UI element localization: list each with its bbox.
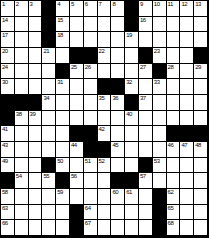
cell-r3c13[interactable] — [167, 32, 181, 48]
cell-r6c3[interactable] — [29, 79, 43, 95]
cell-r14c9[interactable] — [111, 205, 125, 221]
cell-r12c7[interactable] — [84, 173, 98, 189]
cell-r5c4[interactable] — [42, 64, 56, 80]
clue-number: 29 — [195, 64, 201, 71]
cell-r9c2[interactable] — [15, 126, 29, 142]
cell-r15c13[interactable]: 68 — [167, 220, 181, 236]
cell-r15c10[interactable] — [125, 220, 139, 236]
cell-r13c11[interactable] — [139, 189, 153, 205]
clue-number: 23 — [154, 48, 160, 55]
block-r4c7 — [84, 48, 98, 64]
cell-r13c9[interactable]: 60 — [111, 189, 125, 205]
cell-r8c15[interactable] — [194, 111, 208, 127]
block-r5c5 — [56, 64, 70, 80]
cell-r4c4[interactable]: 21 — [42, 48, 56, 64]
cell-r7c14[interactable] — [180, 95, 194, 111]
cell-r2c3[interactable] — [29, 17, 43, 33]
cell-r15c2[interactable] — [15, 220, 29, 236]
cell-r14c15[interactable] — [194, 205, 208, 221]
cell-r13c13[interactable]: 62 — [167, 189, 181, 205]
cell-r2c5[interactable]: 15 — [56, 17, 70, 33]
cell-r6c14[interactable] — [180, 79, 194, 95]
block-r14c12 — [153, 205, 167, 221]
cell-r13c15[interactable] — [194, 189, 208, 205]
clue-number: 22 — [99, 48, 105, 55]
block-r2c10 — [125, 17, 139, 33]
cell-r14c11[interactable] — [139, 205, 153, 221]
cell-r2c7[interactable] — [84, 17, 98, 33]
clue-number: 12 — [181, 1, 187, 8]
cell-r4c10[interactable] — [125, 48, 139, 64]
cell-r15c4[interactable] — [42, 220, 56, 236]
clue-number: 31 — [57, 79, 63, 86]
clue-number: 61 — [126, 189, 132, 196]
clue-number: 49 — [2, 158, 8, 165]
cell-r8c7[interactable] — [84, 111, 98, 127]
cell-r13c8[interactable] — [98, 189, 112, 205]
cell-r2c1[interactable]: 14 — [1, 17, 15, 33]
cell-r5c2[interactable] — [15, 64, 29, 80]
cell-r2c12[interactable] — [153, 17, 167, 33]
cell-r6c11[interactable] — [139, 79, 153, 95]
clue-number: 62 — [168, 189, 174, 196]
clue-number: 46 — [168, 142, 174, 149]
clue-number: 11 — [168, 1, 173, 8]
cell-r14c1[interactable]: 63 — [1, 205, 15, 221]
cell-r8c14[interactable] — [180, 111, 194, 127]
cell-r12c8[interactable] — [98, 173, 112, 189]
cell-r4c5[interactable] — [56, 48, 70, 64]
crossword-grid: 1234567891011121314151617181920212223242… — [0, 0, 209, 238]
cell-r10c3[interactable] — [29, 142, 43, 158]
cell-r5c1[interactable]: 24 — [1, 64, 15, 80]
cell-r8c8[interactable] — [98, 111, 112, 127]
block-r11c11 — [139, 158, 153, 174]
block-r2c4 — [42, 17, 56, 33]
cell-r12c2[interactable]: 54 — [15, 173, 29, 189]
cell-r5c3[interactable] — [29, 64, 43, 80]
clue-number: 47 — [181, 142, 187, 149]
clue-number: 56 — [71, 173, 77, 180]
clue-number: 57 — [140, 173, 146, 180]
cell-r8c6[interactable] — [70, 111, 84, 127]
clue-number: 43 — [2, 142, 8, 149]
block-r13c12 — [153, 189, 167, 205]
cell-r3c14[interactable] — [180, 32, 194, 48]
cell-r1c3[interactable]: 3 — [29, 1, 43, 17]
clue-number: 26 — [85, 64, 91, 71]
cell-r10c12[interactable] — [153, 142, 167, 158]
clue-number: 67 — [85, 220, 91, 227]
cell-r10c13[interactable]: 46 — [167, 142, 181, 158]
cell-r7c4[interactable]: 34 — [42, 95, 56, 111]
clue-number: 19 — [126, 32, 132, 39]
block-r9c7 — [84, 126, 98, 142]
cell-r6c15[interactable] — [194, 79, 208, 95]
cell-r8c4[interactable] — [42, 111, 56, 127]
cell-r11c10[interactable] — [125, 158, 139, 174]
cell-r14c14[interactable] — [180, 205, 194, 221]
clue-number: 52 — [99, 158, 105, 165]
cell-r4c3[interactable] — [29, 48, 43, 64]
cell-r5c13[interactable]: 28 — [167, 64, 181, 80]
clue-number: 58 — [2, 189, 8, 196]
cell-r10c1[interactable]: 43 — [1, 142, 15, 158]
cell-r12c11[interactable]: 57 — [139, 173, 153, 189]
clue-number: 3 — [30, 1, 33, 8]
cell-r6c4[interactable] — [42, 79, 56, 95]
cell-r3c1[interactable]: 17 — [1, 32, 15, 48]
cell-r1c5[interactable]: 4 — [56, 1, 70, 17]
cell-r10c6[interactable]: 44 — [70, 142, 84, 158]
clue-number: 7 — [99, 1, 102, 8]
clue-number: 16 — [140, 17, 146, 24]
clue-number: 54 — [16, 173, 22, 180]
cell-r4c1[interactable]: 20 — [1, 48, 15, 64]
block-r14c6 — [70, 205, 84, 221]
cell-r14c5[interactable] — [56, 205, 70, 221]
block-r3c4 — [42, 32, 56, 48]
cell-r14c4[interactable] — [42, 205, 56, 221]
clue-number: 55 — [43, 173, 49, 180]
cell-r7c7[interactable] — [84, 95, 98, 111]
cell-r10c2[interactable] — [15, 142, 29, 158]
block-r10c7 — [84, 142, 98, 158]
cell-r12c14[interactable] — [180, 173, 194, 189]
cell-r13c1[interactable]: 58 — [1, 189, 15, 205]
block-r10c8 — [98, 142, 112, 158]
cell-r13c2[interactable] — [15, 189, 29, 205]
cell-r1c7[interactable]: 6 — [84, 1, 98, 17]
cell-r3c8[interactable] — [98, 32, 112, 48]
block-r1c4 — [42, 1, 56, 17]
cell-r4c13[interactable] — [167, 48, 181, 64]
cell-r3c2[interactable] — [15, 32, 29, 48]
cell-r12c6[interactable]: 56 — [70, 173, 84, 189]
cell-r9c8[interactable]: 42 — [98, 126, 112, 142]
clue-number: 1 — [2, 1, 5, 8]
cell-r15c11[interactable] — [139, 220, 153, 236]
cell-r2c8[interactable] — [98, 17, 112, 33]
block-r4c6 — [70, 48, 84, 64]
clue-number: 10 — [154, 1, 160, 8]
cell-r13c3[interactable] — [29, 189, 43, 205]
clue-number: 36 — [112, 95, 118, 102]
cell-r2c2[interactable] — [15, 17, 29, 33]
cell-r11c12[interactable]: 53 — [153, 158, 167, 174]
block-r7c1 — [1, 95, 15, 111]
cell-r5c10[interactable] — [125, 64, 139, 80]
cell-r10c9[interactable]: 45 — [111, 142, 125, 158]
cell-r11c5[interactable]: 50 — [56, 158, 70, 174]
clue-number: 18 — [57, 32, 63, 39]
clue-number: 32 — [126, 79, 132, 86]
clue-number: 68 — [168, 220, 174, 227]
cell-r4c12[interactable]: 23 — [153, 48, 167, 64]
block-r7c3 — [29, 95, 43, 111]
cell-r15c14[interactable] — [180, 220, 194, 236]
cell-r9c1[interactable]: 41 — [1, 126, 15, 142]
cell-r2c14[interactable] — [180, 17, 194, 33]
cell-r1c1[interactable]: 1 — [1, 1, 15, 17]
cell-r4c9[interactable] — [111, 48, 125, 64]
cell-r14c3[interactable] — [29, 205, 43, 221]
cell-r1c15[interactable]: 13 — [194, 1, 208, 17]
cell-r13c5[interactable]: 59 — [56, 189, 70, 205]
cell-r12c15[interactable] — [194, 173, 208, 189]
cell-r13c7[interactable] — [84, 189, 98, 205]
cell-r7c12[interactable] — [153, 95, 167, 111]
clue-number: 44 — [71, 142, 77, 149]
cell-r6c13[interactable] — [167, 79, 181, 95]
clue-number: 21 — [43, 48, 49, 55]
cell-r9c12[interactable] — [153, 126, 167, 142]
cell-r14c8[interactable] — [98, 205, 112, 221]
block-r9c6 — [70, 126, 84, 142]
cell-r3c9[interactable] — [111, 32, 125, 48]
block-r5c12 — [153, 64, 167, 80]
cell-r11c7[interactable]: 51 — [84, 158, 98, 174]
cell-r13c10[interactable]: 61 — [125, 189, 139, 205]
cell-r15c7[interactable]: 67 — [84, 220, 98, 236]
cell-r12c4[interactable]: 55 — [42, 173, 56, 189]
cell-r6c7[interactable] — [84, 79, 98, 95]
clue-number: 33 — [154, 79, 160, 86]
block-r4c11 — [139, 48, 153, 64]
clue-number: 14 — [2, 17, 8, 24]
clue-number: 24 — [2, 64, 8, 71]
cell-r6c10[interactable]: 32 — [125, 79, 139, 95]
clue-number: 45 — [112, 142, 118, 149]
clue-number: 38 — [16, 111, 22, 118]
clue-number: 6 — [85, 1, 88, 8]
block-r12c9 — [111, 173, 125, 189]
clue-number: 17 — [2, 32, 8, 39]
cell-r8c9[interactable] — [111, 111, 125, 127]
block-r8c1 — [1, 111, 15, 127]
clue-number: 59 — [57, 189, 63, 196]
cell-r9c3[interactable] — [29, 126, 43, 142]
cell-r14c7[interactable]: 64 — [84, 205, 98, 221]
cell-r1c2[interactable]: 2 — [15, 1, 29, 17]
cell-r3c5[interactable]: 18 — [56, 32, 70, 48]
cell-r7c15[interactable] — [194, 95, 208, 111]
cell-r8c2[interactable]: 38 — [15, 111, 29, 127]
cell-r3c3[interactable] — [29, 32, 43, 48]
clue-number: 60 — [112, 189, 118, 196]
clue-number: 51 — [85, 158, 91, 165]
clue-number: 64 — [85, 205, 91, 212]
clue-number: 28 — [168, 64, 174, 71]
cell-r4c14[interactable] — [180, 48, 194, 64]
cell-r5c11[interactable]: 27 — [139, 64, 153, 80]
clue-number: 15 — [57, 17, 63, 24]
cell-r11c13[interactable] — [167, 158, 181, 174]
clue-number: 34 — [43, 95, 49, 102]
cell-r4c2[interactable] — [15, 48, 29, 64]
cell-r1c12[interactable]: 10 — [153, 1, 167, 17]
cell-r9c4[interactable] — [42, 126, 56, 142]
cell-r6c6[interactable] — [70, 79, 84, 95]
clue-number: 4 — [57, 1, 60, 8]
cell-r11c9[interactable] — [111, 158, 125, 174]
cell-r7c11[interactable]: 37 — [139, 95, 153, 111]
cell-r13c4[interactable] — [42, 189, 56, 205]
cell-r2c15[interactable] — [194, 17, 208, 33]
clue-number: 42 — [99, 126, 105, 133]
cell-r2c9[interactable] — [111, 17, 125, 33]
cell-r14c2[interactable] — [15, 205, 29, 221]
cell-r8c3[interactable]: 39 — [29, 111, 43, 127]
cell-r10c11[interactable] — [139, 142, 153, 158]
cell-r3c11[interactable] — [139, 32, 153, 48]
block-r9c13 — [167, 126, 181, 142]
cell-r11c2[interactable] — [15, 158, 29, 174]
cell-r1c11[interactable]: 9 — [139, 1, 153, 17]
clue-number: 63 — [2, 205, 8, 212]
cell-r6c1[interactable]: 30 — [1, 79, 15, 95]
clue-number: 48 — [195, 142, 201, 149]
cell-r15c1[interactable]: 66 — [1, 220, 15, 236]
cell-r11c1[interactable]: 49 — [1, 158, 15, 174]
clue-number: 39 — [30, 111, 36, 118]
cell-r3c15[interactable] — [194, 32, 208, 48]
cell-r10c4[interactable] — [42, 142, 56, 158]
clue-number: 13 — [195, 1, 201, 8]
cell-r1c13[interactable]: 11 — [167, 1, 181, 17]
cell-r7c6[interactable] — [70, 95, 84, 111]
cell-r5c15[interactable]: 29 — [194, 64, 208, 80]
block-r12c1 — [1, 173, 15, 189]
block-r6c9 — [111, 79, 125, 95]
block-r7c2 — [15, 95, 29, 111]
cell-r9c9[interactable] — [111, 126, 125, 142]
cell-r10c10[interactable] — [125, 142, 139, 158]
cell-r11c3[interactable] — [29, 158, 43, 174]
block-r11c4 — [42, 158, 56, 174]
cell-r7c9[interactable]: 36 — [111, 95, 125, 111]
cell-r9c11[interactable] — [139, 126, 153, 142]
clue-number: 9 — [140, 1, 143, 8]
cell-r15c15[interactable] — [194, 220, 208, 236]
cell-r5c9[interactable] — [111, 64, 125, 80]
cell-r10c5[interactable] — [56, 142, 70, 158]
clue-number: 27 — [140, 64, 146, 71]
cell-r8c13[interactable] — [167, 111, 181, 127]
cell-r5c14[interactable] — [180, 64, 194, 80]
cell-r8c5[interactable] — [56, 111, 70, 127]
cell-r7c5[interactable] — [56, 95, 70, 111]
block-r12c10 — [125, 173, 139, 189]
clue-number: 20 — [2, 48, 8, 55]
cell-r10c14[interactable]: 47 — [180, 142, 194, 158]
cell-r3c10[interactable]: 19 — [125, 32, 139, 48]
clue-number: 35 — [99, 95, 105, 102]
clue-number: 53 — [154, 158, 160, 165]
block-r4c15 — [194, 48, 208, 64]
clue-number: 65 — [168, 205, 174, 212]
clue-number: 50 — [57, 158, 63, 165]
cell-r3c12[interactable] — [153, 32, 167, 48]
cell-r11c6[interactable] — [70, 158, 84, 174]
clue-number: 66 — [2, 220, 8, 227]
cell-r10c15[interactable]: 48 — [194, 142, 208, 158]
clue-number: 37 — [140, 95, 146, 102]
cell-r15c5[interactable] — [56, 220, 70, 236]
cell-r7c8[interactable]: 35 — [98, 95, 112, 111]
clue-number: 25 — [71, 64, 77, 71]
cell-r12c3[interactable] — [29, 173, 43, 189]
cell-r6c2[interactable] — [15, 79, 29, 95]
block-r9c15 — [194, 126, 208, 142]
cell-r9c5[interactable] — [56, 126, 70, 142]
block-r7c10 — [125, 95, 139, 111]
cell-r12c12[interactable] — [153, 173, 167, 189]
cell-r9c10[interactable] — [125, 126, 139, 142]
cell-r3c7[interactable] — [84, 32, 98, 48]
clue-number: 40 — [126, 111, 132, 118]
block-r6c8 — [98, 79, 112, 95]
cell-r13c6[interactable] — [70, 189, 84, 205]
cell-r11c15[interactable] — [194, 158, 208, 174]
block-r15c6 — [70, 220, 84, 236]
cell-r3c6[interactable] — [70, 32, 84, 48]
cell-r1c8[interactable]: 7 — [98, 1, 112, 17]
cell-r14c10[interactable] — [125, 205, 139, 221]
cell-r2c6[interactable] — [70, 17, 84, 33]
block-r9c14 — [180, 126, 194, 142]
cell-r7c13[interactable] — [167, 95, 181, 111]
cell-r4c8[interactable]: 22 — [98, 48, 112, 64]
clue-number: 2 — [16, 1, 19, 8]
cell-r8c11[interactable] — [139, 111, 153, 127]
block-r1c10 — [125, 1, 139, 17]
cell-r13c14[interactable] — [180, 189, 194, 205]
block-r12c5 — [56, 173, 70, 189]
cell-r1c6[interactable]: 5 — [70, 1, 84, 17]
cell-r5c7[interactable]: 26 — [84, 64, 98, 80]
cell-r8c10[interactable]: 40 — [125, 111, 139, 127]
cell-r14c13[interactable]: 65 — [167, 205, 181, 221]
cell-r15c9[interactable] — [111, 220, 125, 236]
clue-number: 30 — [2, 79, 8, 86]
cell-r15c8[interactable] — [98, 220, 112, 236]
cell-r8c12[interactable] — [153, 111, 167, 127]
cell-r2c13[interactable] — [167, 17, 181, 33]
cell-r5c6[interactable]: 25 — [70, 64, 84, 80]
cell-r6c5[interactable]: 31 — [56, 79, 70, 95]
cell-r11c8[interactable]: 52 — [98, 158, 112, 174]
cell-r1c14[interactable]: 12 — [180, 1, 194, 17]
clue-number: 5 — [71, 1, 74, 8]
cell-r1c9[interactable]: 8 — [111, 1, 125, 17]
clue-number: 8 — [112, 1, 115, 8]
block-r15c12 — [153, 220, 167, 236]
cell-r5c8[interactable] — [98, 64, 112, 80]
cell-r12c13[interactable] — [167, 173, 181, 189]
cell-r15c3[interactable] — [29, 220, 43, 236]
cell-r6c12[interactable]: 33 — [153, 79, 167, 95]
clue-number: 41 — [2, 126, 8, 133]
cell-r2c11[interactable]: 16 — [139, 17, 153, 33]
cell-r11c14[interactable] — [180, 158, 194, 174]
